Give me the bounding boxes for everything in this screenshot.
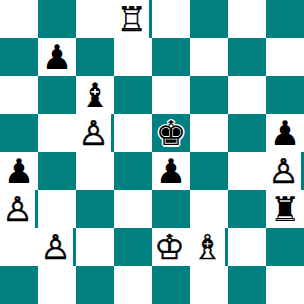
- square-a7[interactable]: [0, 38, 38, 76]
- black-pawn-a4: ♟: [0, 152, 38, 190]
- black-pawn-e4: ♟: [152, 152, 190, 190]
- square-f3[interactable]: [190, 190, 228, 228]
- square-h8[interactable]: [266, 0, 304, 38]
- square-e5[interactable]: ♚: [152, 114, 190, 152]
- square-g4[interactable]: [228, 152, 266, 190]
- square-b5[interactable]: [38, 114, 76, 152]
- square-h2[interactable]: [266, 228, 304, 266]
- square-a2[interactable]: [0, 228, 38, 266]
- square-d3[interactable]: [114, 190, 152, 228]
- square-f8[interactable]: [190, 0, 228, 38]
- square-c7[interactable]: [76, 38, 114, 76]
- square-e2[interactable]: ♔: [152, 228, 190, 266]
- white-rook-d8: ♖: [114, 0, 149, 38]
- white-bishop-f2: ♗: [190, 228, 225, 266]
- square-b3[interactable]: [38, 190, 76, 228]
- square-h7[interactable]: [266, 38, 304, 76]
- square-f5[interactable]: [190, 114, 228, 152]
- white-pawn-h4: ♙: [266, 152, 301, 190]
- black-rook-h3: ♜: [266, 190, 304, 228]
- square-a6[interactable]: [0, 76, 38, 114]
- square-e4[interactable]: ♟: [152, 152, 190, 190]
- square-d5[interactable]: [114, 114, 152, 152]
- square-b4[interactable]: [38, 152, 76, 190]
- square-c2[interactable]: [76, 228, 114, 266]
- square-f6[interactable]: [190, 76, 228, 114]
- square-g7[interactable]: [228, 38, 266, 76]
- chess-board: ♖♟♝♙♚♟♟♟♙♙♜♙♔♗: [0, 0, 304, 304]
- black-bishop-c6: ♝: [76, 76, 114, 114]
- square-h6[interactable]: [266, 76, 304, 114]
- black-king-e5: ♚: [152, 114, 190, 152]
- square-c3[interactable]: [76, 190, 114, 228]
- square-g2[interactable]: [228, 228, 266, 266]
- square-h1[interactable]: [266, 266, 304, 304]
- square-g5[interactable]: [228, 114, 266, 152]
- square-b1[interactable]: [38, 266, 76, 304]
- square-b6[interactable]: [38, 76, 76, 114]
- square-g6[interactable]: [228, 76, 266, 114]
- square-b8[interactable]: [38, 0, 76, 38]
- square-c1[interactable]: [76, 266, 114, 304]
- square-c5[interactable]: ♙: [76, 114, 114, 152]
- black-pawn-b7: ♟: [38, 38, 76, 76]
- white-pawn-b2: ♙: [38, 228, 73, 266]
- square-e6[interactable]: [152, 76, 190, 114]
- square-f7[interactable]: [190, 38, 228, 76]
- square-a5[interactable]: [0, 114, 38, 152]
- square-a1[interactable]: [0, 266, 38, 304]
- square-c8[interactable]: [76, 0, 114, 38]
- square-a8[interactable]: [0, 0, 38, 38]
- square-e8[interactable]: [152, 0, 190, 38]
- square-h4[interactable]: ♙: [266, 152, 304, 190]
- square-b7[interactable]: ♟: [38, 38, 76, 76]
- white-pawn-a3: ♙: [0, 190, 35, 228]
- square-d2[interactable]: [114, 228, 152, 266]
- square-d8[interactable]: ♖: [114, 0, 152, 38]
- square-a3[interactable]: ♙: [0, 190, 38, 228]
- square-a4[interactable]: ♟: [0, 152, 38, 190]
- white-pawn-c5: ♙: [76, 114, 111, 152]
- square-e3[interactable]: [152, 190, 190, 228]
- square-g1[interactable]: [228, 266, 266, 304]
- square-d1[interactable]: [114, 266, 152, 304]
- square-g8[interactable]: [228, 0, 266, 38]
- square-d4[interactable]: [114, 152, 152, 190]
- square-f4[interactable]: [190, 152, 228, 190]
- square-e1[interactable]: [152, 266, 190, 304]
- square-h5[interactable]: ♟: [266, 114, 304, 152]
- square-b2[interactable]: ♙: [38, 228, 76, 266]
- square-c4[interactable]: [76, 152, 114, 190]
- square-f2[interactable]: ♗: [190, 228, 228, 266]
- white-king-e2: ♔: [152, 228, 187, 266]
- square-h3[interactable]: ♜: [266, 190, 304, 228]
- square-d7[interactable]: [114, 38, 152, 76]
- square-g3[interactable]: [228, 190, 266, 228]
- square-d6[interactable]: [114, 76, 152, 114]
- square-e7[interactable]: [152, 38, 190, 76]
- square-f1[interactable]: [190, 266, 228, 304]
- black-pawn-h5: ♟: [266, 114, 304, 152]
- square-c6[interactable]: ♝: [76, 76, 114, 114]
